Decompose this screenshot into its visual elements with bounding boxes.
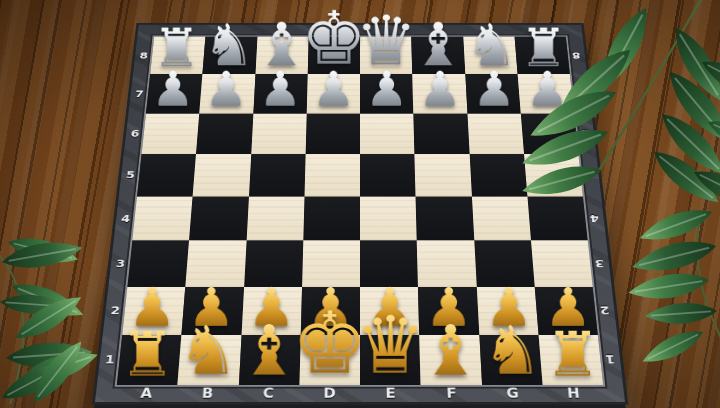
rank-label-left-5: 5 [125,169,135,180]
piece-gold-rook-a1[interactable]: ♜ [97,326,197,383]
square-d6[interactable] [305,113,360,154]
board-squares: ♜♞♝♚♛♝♞♜♟♟♟♟♟♟♟♟♟♟♟♟♟♟♟♟♜♞♝♚♛♝♞♜ [117,37,603,385]
file-label-D: D [323,386,336,401]
rank-label-right-4: 4 [589,212,599,224]
square-h5[interactable] [524,154,583,196]
square-c6[interactable] [251,113,307,154]
rank-label-left-3: 3 [115,257,126,269]
square-h6[interactable] [521,113,579,154]
rank-label-right-5: 5 [585,169,595,180]
square-f4[interactable] [416,196,474,240]
rank-label-right-7: 7 [576,89,586,99]
square-e5[interactable] [360,154,416,196]
square-f6[interactable] [414,113,470,154]
square-g6[interactable] [467,113,524,154]
square-b4[interactable] [189,196,248,240]
square-g4[interactable] [471,196,530,240]
file-label-C: C [263,386,275,401]
square-h1[interactable]: ♜ [538,335,603,385]
rank-label-right-3: 3 [594,257,605,269]
square-h4[interactable] [527,196,587,240]
rank-label-right-8: 8 [572,50,581,60]
chess-table-scene: ♜♞♝♚♛♝♞♜♟♟♟♟♟♟♟♟♟♟♟♟♟♟♟♟♜♞♝♚♛♝♞♜ ABCDEFG… [0,0,720,408]
board-scene: ♜♞♝♚♛♝♞♜♟♟♟♟♟♟♟♟♟♟♟♟♟♟♟♟♜♞♝♚♛♝♞♜ ABCDEFG… [95,0,625,402]
rank-label-right-2: 2 [599,304,610,317]
file-label-H: H [567,386,581,401]
square-e6[interactable] [360,113,415,154]
square-a4[interactable] [132,196,192,240]
leaves-right [627,202,720,370]
rank-label-right-1: 1 [605,353,616,366]
square-g5[interactable] [469,154,527,196]
square-c5[interactable] [249,154,306,196]
square-c1[interactable]: ♝ [238,335,300,385]
square-f5[interactable] [415,154,472,196]
chess-board: ♜♞♝♚♛♝♞♜♟♟♟♟♟♟♟♟♟♟♟♟♟♟♟♟♜♞♝♚♛♝♞♜ ABCDEFG… [95,25,625,402]
square-d5[interactable] [304,154,360,196]
file-labels: ABCDEFGH [115,385,605,402]
rank-label-left-6: 6 [130,128,140,139]
square-h7[interactable]: ♟ [517,74,574,113]
leaves-left [0,232,101,408]
square-a6[interactable] [142,113,200,154]
square-c4[interactable] [246,196,304,240]
piece-gold-bishop-c1[interactable]: ♝ [219,319,319,383]
file-label-G: G [506,386,519,401]
square-a1[interactable]: ♜ [117,335,182,385]
square-a5[interactable] [137,154,196,196]
rank-label-left-4: 4 [120,212,130,224]
rank-label-right-6: 6 [580,128,590,139]
square-f1[interactable]: ♝ [419,335,481,385]
square-d4[interactable] [303,196,360,240]
square-b6[interactable] [196,113,253,154]
square-e4[interactable] [360,196,417,240]
piece-gold-bishop-f1[interactable]: ♝ [401,319,501,383]
file-label-E: E [385,386,395,401]
square-b5[interactable] [193,154,251,196]
file-label-B: B [201,386,213,401]
file-label-F: F [446,386,457,401]
file-label-A: A [140,386,153,401]
